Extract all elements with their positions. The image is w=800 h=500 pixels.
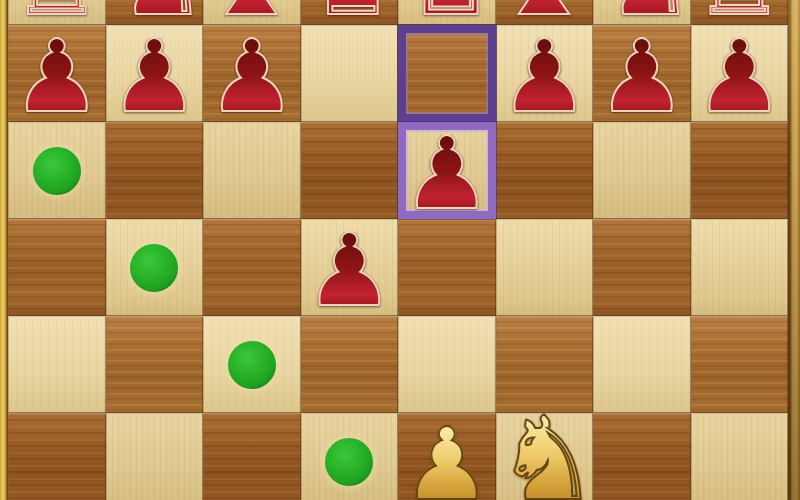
legal-move-dot[interactable] <box>130 244 178 292</box>
black-knight[interactable]: ♞ <box>593 0 691 19</box>
chess-board-viewport: ♜♞♝♛♚♝♞♜♟♟♟♟♟♟♟♟♟♞♟♟♟♟♟♟♟♜♞♝♛♚♝♜ <box>0 0 800 500</box>
black-knight[interactable]: ♞ <box>106 0 204 19</box>
chess-board: ♜♞♝♛♚♝♞♜♟♟♟♟♟♟♟♟♟♞♟♟♟♟♟♟♟♜♞♝♛♚♝♜ <box>8 0 788 500</box>
square-a4[interactable] <box>8 316 106 413</box>
square-h5[interactable] <box>691 219 789 316</box>
square-d3[interactable] <box>301 413 399 500</box>
square-c6[interactable] <box>203 122 301 219</box>
white-pawn[interactable]: ♟ <box>398 426 496 500</box>
square-g6[interactable] <box>593 122 691 219</box>
legal-move-dot[interactable] <box>33 147 81 195</box>
square-g3[interactable] <box>593 413 691 500</box>
black-king[interactable]: ♚ <box>398 0 496 19</box>
black-pawn[interactable]: ♟ <box>203 38 301 116</box>
square-d5[interactable]: ♟ <box>301 219 399 316</box>
square-g4[interactable] <box>593 316 691 413</box>
board-frame-left <box>0 0 8 500</box>
square-f3[interactable]: ♞ <box>496 413 594 500</box>
square-e3[interactable]: ♟ <box>398 413 496 500</box>
square-d6[interactable] <box>301 122 399 219</box>
square-h7[interactable]: ♟ <box>691 25 789 122</box>
black-pawn[interactable]: ♟ <box>496 38 594 116</box>
square-h6[interactable] <box>691 122 789 219</box>
square-a5[interactable] <box>8 219 106 316</box>
black-pawn[interactable]: ♟ <box>106 38 204 116</box>
board-frame-right <box>788 0 800 500</box>
square-c4[interactable] <box>203 316 301 413</box>
black-pawn[interactable]: ♟ <box>593 38 691 116</box>
black-bishop[interactable]: ♝ <box>203 0 301 19</box>
square-c3[interactable] <box>203 413 301 500</box>
square-c5[interactable] <box>203 219 301 316</box>
black-pawn[interactable]: ♟ <box>301 232 399 310</box>
square-f7[interactable]: ♟ <box>496 25 594 122</box>
square-g7[interactable]: ♟ <box>593 25 691 122</box>
square-e5[interactable] <box>398 219 496 316</box>
square-e6[interactable]: ♟ <box>398 122 496 219</box>
square-a6[interactable] <box>8 122 106 219</box>
black-pawn[interactable]: ♟ <box>398 135 496 213</box>
square-h4[interactable] <box>691 316 789 413</box>
black-queen[interactable]: ♛ <box>301 0 399 19</box>
square-d4[interactable] <box>301 316 399 413</box>
square-b5[interactable] <box>106 219 204 316</box>
square-f5[interactable] <box>496 219 594 316</box>
square-d8[interactable]: ♛ <box>301 0 399 25</box>
square-g5[interactable] <box>593 219 691 316</box>
black-rook[interactable]: ♜ <box>8 0 106 19</box>
black-rook[interactable]: ♜ <box>691 0 789 19</box>
square-b3[interactable] <box>106 413 204 500</box>
square-b4[interactable] <box>106 316 204 413</box>
square-b6[interactable] <box>106 122 204 219</box>
square-f6[interactable] <box>496 122 594 219</box>
square-h3[interactable] <box>691 413 789 500</box>
square-e4[interactable] <box>398 316 496 413</box>
black-pawn[interactable]: ♟ <box>691 38 789 116</box>
square-a3[interactable] <box>8 413 106 500</box>
legal-move-dot[interactable] <box>325 438 373 486</box>
square-b7[interactable]: ♟ <box>106 25 204 122</box>
white-knight[interactable]: ♞ <box>496 414 594 500</box>
square-e8[interactable]: ♚ <box>398 0 496 25</box>
legal-move-dot[interactable] <box>228 341 276 389</box>
square-c7[interactable]: ♟ <box>203 25 301 122</box>
square-a7[interactable]: ♟ <box>8 25 106 122</box>
black-pawn[interactable]: ♟ <box>8 38 106 116</box>
black-bishop[interactable]: ♝ <box>496 0 594 19</box>
